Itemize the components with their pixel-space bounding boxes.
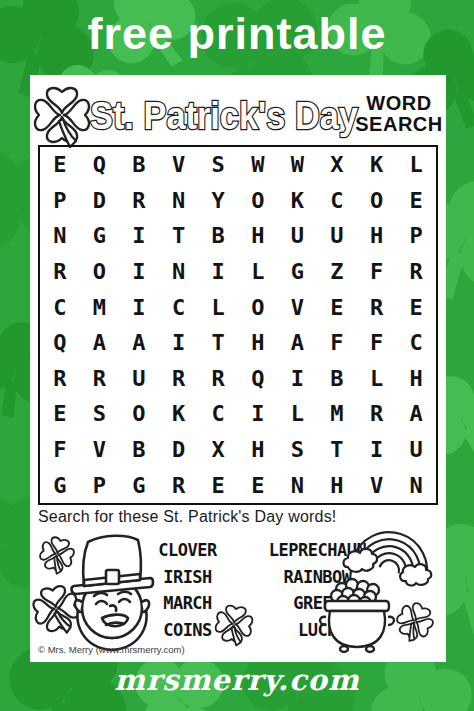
grid-cell[interactable]: E [40, 147, 80, 183]
grid-cell[interactable]: C [198, 396, 238, 432]
grid-cell[interactable]: O [357, 183, 397, 219]
grid-cell[interactable]: L [357, 361, 397, 397]
grid-cell[interactable]: R [159, 361, 199, 397]
grid-cell[interactable]: N [159, 254, 199, 290]
grid-cell[interactable]: P [80, 467, 120, 503]
grid-cell[interactable]: F [40, 432, 80, 468]
card-title-art: St. Patrick's Day [86, 89, 362, 143]
subtitle-search: SEARCH [355, 114, 443, 135]
puzzle-card: St. Patrick's Day WORD SEARCH EQBVSWWXKL… [30, 75, 446, 662]
grid-cell[interactable]: G [40, 467, 80, 503]
grid-cell[interactable]: X [198, 432, 238, 468]
grid-cell[interactable]: V [159, 147, 199, 183]
grid-cell[interactable]: M [80, 289, 120, 325]
grid-cell[interactable]: R [119, 183, 159, 219]
word-search-grid-border: EQBVSWWXKLPDRNYOKCOENGITBHUUHPROINILGZFR… [38, 145, 438, 505]
grid-cell[interactable]: E [317, 289, 357, 325]
grid-cell[interactable]: R [159, 467, 199, 503]
grid-cell[interactable]: E [396, 183, 436, 219]
instruction-text: Search for these St. Patrick's Day words… [38, 508, 336, 526]
grid-cell[interactable]: H [238, 325, 278, 361]
grid-cell[interactable]: R [357, 396, 397, 432]
grid-cell[interactable]: I [357, 432, 397, 468]
copyright-text: © Mrs. Merry (www.mrsmerry.com) [38, 644, 185, 655]
grid-cell[interactable]: F [357, 254, 397, 290]
grid-cell[interactable]: I [119, 254, 159, 290]
grid-cell[interactable]: B [119, 147, 159, 183]
grid-cell[interactable]: E [396, 289, 436, 325]
grid-cell[interactable]: L [198, 289, 238, 325]
grid-cell[interactable]: N [278, 467, 318, 503]
grid-cell[interactable]: E [238, 467, 278, 503]
grid-cell[interactable]: C [159, 289, 199, 325]
grid-cell[interactable]: A [396, 396, 436, 432]
banner-title: free printable [0, 8, 474, 60]
grid-cell[interactable]: Q [238, 361, 278, 397]
grid-cell[interactable]: U [119, 361, 159, 397]
grid-cell[interactable]: H [396, 361, 436, 397]
grid-cell[interactable]: H [238, 432, 278, 468]
grid-cell[interactable]: C [317, 183, 357, 219]
grid-cell[interactable]: C [40, 289, 80, 325]
grid-cell[interactable]: T [159, 218, 199, 254]
grid-cell[interactable]: G [278, 254, 318, 290]
site-link[interactable]: mrsmerry.com [0, 663, 474, 697]
word-search-subtitle: WORD SEARCH [355, 93, 443, 135]
grid-cell[interactable]: T [198, 325, 238, 361]
subtitle-word: WORD [355, 93, 443, 114]
grid-cell[interactable]: I [119, 218, 159, 254]
grid-cell[interactable]: T [317, 432, 357, 468]
grid-cell[interactable]: B [198, 218, 238, 254]
grid-cell[interactable]: U [317, 218, 357, 254]
grid-cell[interactable]: I [278, 361, 318, 397]
grid-cell[interactable]: V [80, 432, 120, 468]
grid-cell[interactable]: X [317, 147, 357, 183]
grid-cell[interactable]: I [119, 289, 159, 325]
grid-cell[interactable]: E [198, 467, 238, 503]
grid-cell[interactable]: R [198, 361, 238, 397]
grid-cell[interactable]: V [357, 467, 397, 503]
grid-cell[interactable]: Q [80, 147, 120, 183]
grid-cell[interactable]: A [119, 325, 159, 361]
leprechaun-icon [62, 530, 162, 658]
grid-cell[interactable]: P [396, 218, 436, 254]
grid-cell[interactable]: B [317, 361, 357, 397]
grid-cell[interactable]: O [238, 289, 278, 325]
grid-cell[interactable]: A [278, 325, 318, 361]
shamrock-icon [395, 601, 435, 645]
grid-cell[interactable]: H [357, 218, 397, 254]
grid-cell[interactable]: C [396, 325, 436, 361]
grid-cell[interactable]: I [198, 254, 238, 290]
pot-of-gold-icon [318, 573, 398, 655]
grid-cell[interactable]: U [278, 218, 318, 254]
grid-cell[interactable]: L [278, 396, 318, 432]
grid-cell[interactable]: R [396, 254, 436, 290]
grid-cell[interactable]: S [80, 396, 120, 432]
grid-cell[interactable]: O [119, 396, 159, 432]
grid-cell[interactable]: F [357, 325, 397, 361]
grid-cell[interactable]: R [40, 361, 80, 397]
grid-cell[interactable]: Q [40, 325, 80, 361]
grid-cell[interactable]: K [159, 396, 199, 432]
grid-cell[interactable]: I [238, 396, 278, 432]
grid-cell[interactable]: Z [317, 254, 357, 290]
grid-cell[interactable]: K [357, 147, 397, 183]
grid-cell[interactable]: R [40, 254, 80, 290]
grid-cell[interactable]: M [317, 396, 357, 432]
grid-cell[interactable]: N [159, 183, 199, 219]
grid-cell[interactable]: R [80, 361, 120, 397]
grid-cell[interactable]: W [238, 147, 278, 183]
grid-cell[interactable]: U [396, 432, 436, 468]
grid-cell[interactable]: P [40, 183, 80, 219]
grid-cell[interactable]: D [159, 432, 199, 468]
grid-cell[interactable]: W [278, 147, 318, 183]
grid-cell[interactable]: H [317, 467, 357, 503]
word-search-grid: EQBVSWWXKLPDRNYOKCOENGITBHUUHPROINILGZFR… [40, 147, 436, 503]
grid-cell[interactable]: K [278, 183, 318, 219]
grid-cell[interactable]: F [317, 325, 357, 361]
grid-cell[interactable]: O [238, 183, 278, 219]
grid-cell[interactable]: O [80, 254, 120, 290]
grid-cell[interactable]: N [396, 467, 436, 503]
grid-cell[interactable]: I [159, 325, 199, 361]
grid-cell[interactable]: S [198, 147, 238, 183]
grid-cell[interactable]: E [40, 396, 80, 432]
grid-cell[interactable]: B [119, 432, 159, 468]
grid-cell[interactable]: R [357, 289, 397, 325]
grid-cell[interactable]: G [119, 467, 159, 503]
grid-cell[interactable]: V [278, 289, 318, 325]
card-title: St. Patrick's Day [90, 95, 358, 137]
grid-cell[interactable]: A [80, 325, 120, 361]
grid-cell[interactable]: S [278, 432, 318, 468]
grid-cell[interactable]: L [238, 254, 278, 290]
grid-cell[interactable]: H [238, 218, 278, 254]
grid-cell[interactable]: G [80, 218, 120, 254]
grid-cell[interactable]: N [40, 218, 80, 254]
grid-cell[interactable]: Y [198, 183, 238, 219]
grid-cell[interactable]: L [396, 147, 436, 183]
shamrock-icon [30, 83, 94, 153]
shamrock-icon [213, 603, 255, 649]
grid-cell[interactable]: D [80, 183, 120, 219]
